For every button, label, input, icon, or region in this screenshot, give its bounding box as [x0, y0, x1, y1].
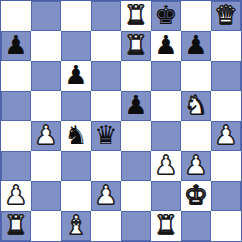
- square-b8[interactable]: [31, 1, 61, 31]
- square-c1[interactable]: ♝: [61, 211, 91, 241]
- square-f7[interactable]: ♟: [151, 31, 181, 61]
- square-g8[interactable]: [181, 1, 211, 31]
- square-e6[interactable]: [121, 61, 151, 91]
- square-f2[interactable]: [151, 181, 181, 211]
- piece-white-rook[interactable]: ♜: [124, 2, 147, 28]
- square-c6[interactable]: ♟: [61, 61, 91, 91]
- square-a8[interactable]: [1, 1, 31, 31]
- square-b5[interactable]: [31, 91, 61, 121]
- square-d1[interactable]: [91, 211, 121, 241]
- square-b7[interactable]: [31, 31, 61, 61]
- piece-white-rook[interactable]: ♜: [124, 32, 147, 58]
- piece-white-rook[interactable]: ♜: [4, 212, 27, 238]
- square-g4[interactable]: [181, 121, 211, 151]
- square-c2[interactable]: [61, 181, 91, 211]
- square-h1[interactable]: [211, 211, 241, 241]
- square-e1[interactable]: [121, 211, 151, 241]
- piece-black-pawn[interactable]: ♟: [4, 32, 27, 58]
- square-c5[interactable]: [61, 91, 91, 121]
- piece-black-pawn[interactable]: ♟: [184, 32, 207, 58]
- square-g7[interactable]: ♟: [181, 31, 211, 61]
- square-b6[interactable]: [31, 61, 61, 91]
- piece-white-pawn[interactable]: ♟: [34, 122, 57, 148]
- piece-white-pawn[interactable]: ♟: [4, 182, 27, 208]
- square-e8[interactable]: ♜: [121, 1, 151, 31]
- square-c4[interactable]: ♞: [61, 121, 91, 151]
- piece-black-pawn[interactable]: ♟: [64, 62, 87, 88]
- square-a5[interactable]: [1, 91, 31, 121]
- piece-white-pawn[interactable]: ♟: [94, 182, 117, 208]
- piece-black-pawn[interactable]: ♟: [124, 92, 147, 118]
- square-b3[interactable]: [31, 151, 61, 181]
- square-a7[interactable]: ♟: [1, 31, 31, 61]
- square-b1[interactable]: [31, 211, 61, 241]
- square-f4[interactable]: [151, 121, 181, 151]
- square-g2[interactable]: ♚: [181, 181, 211, 211]
- chess-board: ♜♚♛♟♜♟♟♟♟♞♟♞♛♟♟♟♟♟♚♜♝♜: [0, 0, 242, 242]
- square-h3[interactable]: [211, 151, 241, 181]
- square-c3[interactable]: [61, 151, 91, 181]
- square-e3[interactable]: [121, 151, 151, 181]
- square-e2[interactable]: [121, 181, 151, 211]
- square-d3[interactable]: [91, 151, 121, 181]
- square-c7[interactable]: [61, 31, 91, 61]
- square-g3[interactable]: ♟: [181, 151, 211, 181]
- square-h5[interactable]: [211, 91, 241, 121]
- piece-white-queen[interactable]: ♛: [214, 2, 237, 28]
- piece-white-knight[interactable]: ♞: [184, 92, 207, 118]
- square-c8[interactable]: [61, 1, 91, 31]
- square-h7[interactable]: [211, 31, 241, 61]
- square-g6[interactable]: [181, 61, 211, 91]
- square-h8[interactable]: ♛: [211, 1, 241, 31]
- square-a4[interactable]: [1, 121, 31, 151]
- square-d2[interactable]: ♟: [91, 181, 121, 211]
- square-e5[interactable]: ♟: [121, 91, 151, 121]
- square-d7[interactable]: [91, 31, 121, 61]
- square-f1[interactable]: ♜: [151, 211, 181, 241]
- piece-white-pawn[interactable]: ♟: [214, 122, 237, 148]
- piece-black-knight[interactable]: ♞: [64, 122, 87, 148]
- square-d6[interactable]: [91, 61, 121, 91]
- square-a3[interactable]: [1, 151, 31, 181]
- piece-white-rook[interactable]: ♜: [154, 212, 177, 238]
- square-d4[interactable]: ♛: [91, 121, 121, 151]
- square-e7[interactable]: ♜: [121, 31, 151, 61]
- square-e4[interactable]: [121, 121, 151, 151]
- piece-black-pawn[interactable]: ♟: [154, 32, 177, 58]
- square-h6[interactable]: [211, 61, 241, 91]
- square-a6[interactable]: [1, 61, 31, 91]
- piece-white-bishop[interactable]: ♝: [64, 212, 87, 238]
- square-b2[interactable]: [31, 181, 61, 211]
- square-g5[interactable]: ♞: [181, 91, 211, 121]
- square-h2[interactable]: [211, 181, 241, 211]
- square-f5[interactable]: [151, 91, 181, 121]
- piece-white-pawn[interactable]: ♟: [154, 152, 177, 178]
- piece-black-queen[interactable]: ♛: [94, 122, 117, 148]
- square-b4[interactable]: ♟: [31, 121, 61, 151]
- piece-white-pawn[interactable]: ♟: [184, 152, 207, 178]
- square-d5[interactable]: [91, 91, 121, 121]
- square-a2[interactable]: ♟: [1, 181, 31, 211]
- square-h4[interactable]: ♟: [211, 121, 241, 151]
- square-f6[interactable]: [151, 61, 181, 91]
- piece-white-king[interactable]: ♚: [184, 182, 207, 208]
- square-a1[interactable]: ♜: [1, 211, 31, 241]
- square-g1[interactable]: [181, 211, 211, 241]
- square-f8[interactable]: ♚: [151, 1, 181, 31]
- piece-black-king[interactable]: ♚: [154, 2, 177, 28]
- square-f3[interactable]: ♟: [151, 151, 181, 181]
- square-d8[interactable]: [91, 1, 121, 31]
